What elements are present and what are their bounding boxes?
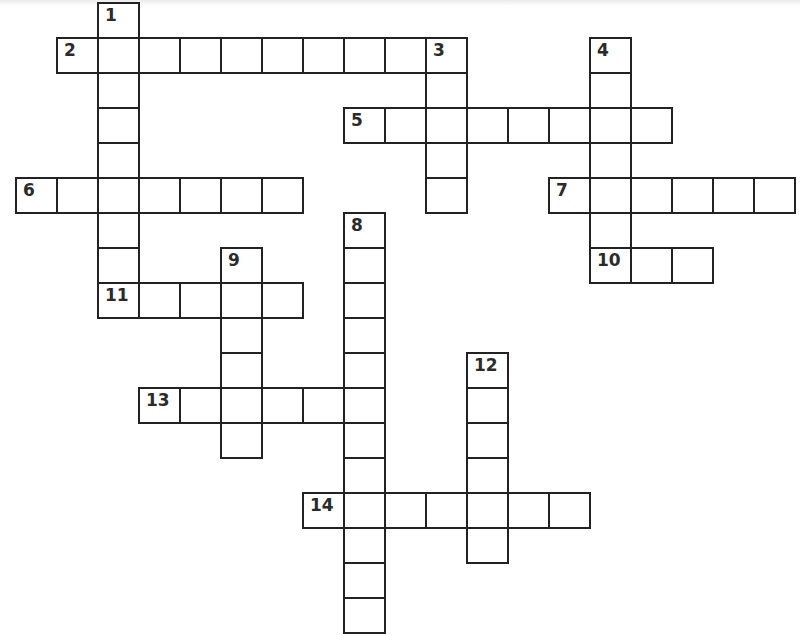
grid-cell-r6c8[interactable]: 8 — [343, 212, 386, 249]
grid-cell-r11c4[interactable] — [179, 387, 222, 424]
grid-cell-r11c7[interactable] — [302, 387, 345, 424]
grid-cell-r5c2[interactable] — [97, 177, 140, 214]
grid-cell-r2c2[interactable] — [97, 72, 140, 109]
grid-cell-r5c0[interactable]: 6 — [15, 177, 58, 214]
grid-cell-r11c3[interactable]: 13 — [138, 387, 181, 424]
grid-cell-r13c11[interactable] — [466, 457, 509, 494]
clue-number-13: 13 — [140, 389, 179, 410]
grid-cell-r5c17[interactable] — [712, 177, 755, 214]
grid-cell-r9c5[interactable] — [220, 317, 263, 354]
grid-cell-r4c2[interactable] — [97, 142, 140, 179]
grid-cell-r8c8[interactable] — [343, 282, 386, 319]
grid-cell-r10c8[interactable] — [343, 352, 386, 389]
grid-cell-r14c12[interactable] — [507, 492, 550, 529]
grid-cell-r11c11[interactable] — [466, 387, 509, 424]
grid-cell-r1c3[interactable] — [138, 37, 181, 74]
grid-cell-r1c9[interactable] — [384, 37, 427, 74]
grid-cell-r5c10[interactable] — [425, 177, 468, 214]
grid-cell-r3c14[interactable] — [589, 107, 632, 144]
grid-cell-r3c2[interactable] — [97, 107, 140, 144]
grid-cell-r7c14[interactable]: 10 — [589, 247, 632, 284]
grid-cell-r5c3[interactable] — [138, 177, 181, 214]
grid-cell-r3c13[interactable] — [548, 107, 591, 144]
grid-cell-r9c8[interactable] — [343, 317, 386, 354]
clue-number-10: 10 — [591, 249, 630, 270]
grid-cell-r7c5[interactable]: 9 — [220, 247, 263, 284]
grid-cell-r1c10[interactable]: 3 — [425, 37, 468, 74]
grid-cell-r2c10[interactable] — [425, 72, 468, 109]
grid-cell-r8c4[interactable] — [179, 282, 222, 319]
clue-number-11: 11 — [99, 284, 138, 305]
grid-cell-r6c14[interactable] — [589, 212, 632, 249]
grid-cell-r11c8[interactable] — [343, 387, 386, 424]
grid-cell-r13c8[interactable] — [343, 457, 386, 494]
grid-cell-r8c6[interactable] — [261, 282, 304, 319]
grid-cell-r12c8[interactable] — [343, 422, 386, 459]
grid-cell-r11c6[interactable] — [261, 387, 304, 424]
grid-cell-r2c14[interactable] — [589, 72, 632, 109]
grid-cell-r3c11[interactable] — [466, 107, 509, 144]
grid-cell-r0c2[interactable]: 1 — [97, 2, 140, 39]
grid-cell-r8c2[interactable]: 11 — [97, 282, 140, 319]
grid-cell-r3c15[interactable] — [630, 107, 673, 144]
clue-number-2: 2 — [58, 39, 97, 60]
grid-cell-r7c16[interactable] — [671, 247, 714, 284]
grid-cell-r5c14[interactable] — [589, 177, 632, 214]
grid-cell-r5c18[interactable] — [753, 177, 796, 214]
grid-cell-r3c10[interactable] — [425, 107, 468, 144]
grid-cell-r3c9[interactable] — [384, 107, 427, 144]
grid-cell-r15c8[interactable] — [343, 527, 386, 564]
grid-cell-r1c1[interactable]: 2 — [56, 37, 99, 74]
grid-cell-r8c3[interactable] — [138, 282, 181, 319]
grid-cell-r4c14[interactable] — [589, 142, 632, 179]
grid-cell-r1c6[interactable] — [261, 37, 304, 74]
clue-number-7: 7 — [550, 179, 589, 200]
grid-cell-r5c16[interactable] — [671, 177, 714, 214]
grid-cell-r11c5[interactable] — [220, 387, 263, 424]
clue-number-3: 3 — [427, 39, 466, 60]
grid-cell-r12c11[interactable] — [466, 422, 509, 459]
grid-cell-r7c15[interactable] — [630, 247, 673, 284]
clue-number-14: 14 — [304, 494, 343, 515]
grid-cell-r5c1[interactable] — [56, 177, 99, 214]
grid-cell-r14c7[interactable]: 14 — [302, 492, 345, 529]
clue-number-9: 9 — [222, 249, 261, 270]
grid-cell-r15c11[interactable] — [466, 527, 509, 564]
grid-cell-r4c10[interactable] — [425, 142, 468, 179]
clue-number-12: 12 — [468, 354, 507, 375]
grid-cell-r12c5[interactable] — [220, 422, 263, 459]
grid-cell-r5c4[interactable] — [179, 177, 222, 214]
grid-cell-r14c8[interactable] — [343, 492, 386, 529]
grid-cell-r14c9[interactable] — [384, 492, 427, 529]
clue-number-1: 1 — [99, 4, 138, 25]
grid-cell-r1c4[interactable] — [179, 37, 222, 74]
grid-cell-r5c13[interactable]: 7 — [548, 177, 591, 214]
clue-number-5: 5 — [345, 109, 384, 130]
grid-cell-r7c2[interactable] — [97, 247, 140, 284]
grid-cell-r1c14[interactable]: 4 — [589, 37, 632, 74]
grid-cell-r3c8[interactable]: 5 — [343, 107, 386, 144]
crossword-board: 1234567891011121314 — [0, 0, 800, 635]
grid-cell-r14c10[interactable] — [425, 492, 468, 529]
grid-cell-r17c8[interactable] — [343, 597, 386, 634]
clue-number-4: 4 — [591, 39, 630, 60]
grid-cell-r1c2[interactable] — [97, 37, 140, 74]
grid-cell-r7c8[interactable] — [343, 247, 386, 284]
grid-cell-r10c5[interactable] — [220, 352, 263, 389]
grid-cell-r14c11[interactable] — [466, 492, 509, 529]
grid-cell-r14c13[interactable] — [548, 492, 591, 529]
grid-cell-r1c8[interactable] — [343, 37, 386, 74]
grid-cell-r6c2[interactable] — [97, 212, 140, 249]
crossword-page: 1234567891011121314 — [0, 0, 800, 635]
grid-cell-r8c5[interactable] — [220, 282, 263, 319]
grid-cell-r5c5[interactable] — [220, 177, 263, 214]
grid-cell-r1c7[interactable] — [302, 37, 345, 74]
clue-number-6: 6 — [17, 179, 56, 200]
clue-number-8: 8 — [345, 214, 384, 235]
grid-cell-r5c15[interactable] — [630, 177, 673, 214]
grid-cell-r5c6[interactable] — [261, 177, 304, 214]
grid-cell-r1c5[interactable] — [220, 37, 263, 74]
grid-cell-r3c12[interactable] — [507, 107, 550, 144]
grid-cell-r16c8[interactable] — [343, 562, 386, 599]
grid-cell-r10c11[interactable]: 12 — [466, 352, 509, 389]
